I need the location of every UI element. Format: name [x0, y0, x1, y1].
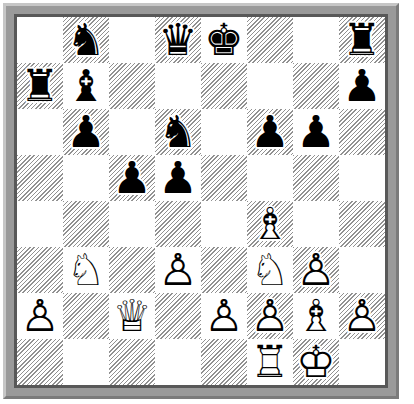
square-a8[interactable]	[17, 17, 63, 63]
square-e6[interactable]	[201, 109, 247, 155]
board-inner-border: ♞♛♚♜♜♝♟♟♞♟♟♟♟♝♗♞♘♟♙♞♘♟♙♟♙♛♕♟♙♟♙♝♗♟♙♜♖♚♔	[14, 14, 388, 388]
black-pawn-piece: ♟	[293, 109, 339, 155]
square-g5[interactable]	[293, 155, 339, 201]
square-e7[interactable]	[201, 63, 247, 109]
square-d8[interactable]: ♛	[155, 17, 201, 63]
white-pawn-piece: ♟♙	[247, 293, 293, 339]
black-pawn-glyph: ♟	[63, 109, 109, 155]
white-pawn-outline-glyph: ♙	[339, 293, 385, 339]
black-pawn-piece: ♟	[155, 155, 201, 201]
square-h5[interactable]	[339, 155, 385, 201]
white-bishop-piece: ♝♗	[293, 293, 339, 339]
white-king-piece: ♚♔	[293, 339, 339, 385]
black-bishop-piece: ♝	[63, 63, 109, 109]
white-knight-piece: ♞♘	[63, 247, 109, 293]
square-h3[interactable]	[339, 247, 385, 293]
white-king-outline-glyph: ♔	[293, 339, 339, 385]
white-bishop-outline-glyph: ♗	[293, 293, 339, 339]
square-d3[interactable]: ♟♙	[155, 247, 201, 293]
black-pawn-piece: ♟	[247, 109, 293, 155]
white-pawn-piece: ♟♙	[155, 247, 201, 293]
white-pawn-outline-glyph: ♙	[201, 293, 247, 339]
square-f5[interactable]	[247, 155, 293, 201]
square-h6[interactable]	[339, 109, 385, 155]
square-d1[interactable]	[155, 339, 201, 385]
square-a2[interactable]: ♟♙	[17, 293, 63, 339]
square-h4[interactable]	[339, 201, 385, 247]
black-rook-piece: ♜	[17, 63, 63, 109]
square-h8[interactable]: ♜	[339, 17, 385, 63]
square-c3[interactable]	[109, 247, 155, 293]
square-f8[interactable]	[247, 17, 293, 63]
square-f2[interactable]: ♟♙	[247, 293, 293, 339]
black-pawn-glyph: ♟	[339, 63, 385, 109]
black-pawn-glyph: ♟	[247, 109, 293, 155]
square-a1[interactable]	[17, 339, 63, 385]
white-knight-piece: ♞♘	[247, 247, 293, 293]
square-d6[interactable]: ♞	[155, 109, 201, 155]
black-rook-piece: ♜	[339, 17, 385, 63]
square-e1[interactable]	[201, 339, 247, 385]
chess-board: ♞♛♚♜♜♝♟♟♞♟♟♟♟♝♗♞♘♟♙♞♘♟♙♟♙♛♕♟♙♟♙♝♗♟♙♜♖♚♔	[17, 17, 385, 385]
white-pawn-outline-glyph: ♙	[247, 293, 293, 339]
square-b5[interactable]	[63, 155, 109, 201]
black-pawn-piece: ♟	[339, 63, 385, 109]
square-f4[interactable]: ♝♗	[247, 201, 293, 247]
square-c7[interactable]	[109, 63, 155, 109]
white-rook-piece: ♜♖	[247, 339, 293, 385]
square-b4[interactable]	[63, 201, 109, 247]
square-b6[interactable]: ♟	[63, 109, 109, 155]
square-b1[interactable]	[63, 339, 109, 385]
white-pawn-outline-glyph: ♙	[155, 247, 201, 293]
black-king-piece: ♚	[201, 17, 247, 63]
black-bishop-glyph: ♝	[63, 63, 109, 109]
square-d7[interactable]	[155, 63, 201, 109]
white-knight-outline-glyph: ♘	[247, 247, 293, 293]
black-king-glyph: ♚	[201, 17, 247, 63]
square-g3[interactable]: ♟♙	[293, 247, 339, 293]
square-c5[interactable]: ♟	[109, 155, 155, 201]
square-c2[interactable]: ♛♕	[109, 293, 155, 339]
chess-diagram-page: ♞♛♚♜♜♝♟♟♞♟♟♟♟♝♗♞♘♟♙♞♘♟♙♟♙♛♕♟♙♟♙♝♗♟♙♜♖♚♔	[0, 0, 414, 404]
black-knight-piece: ♞	[155, 109, 201, 155]
white-pawn-outline-glyph: ♙	[293, 247, 339, 293]
square-f6[interactable]: ♟	[247, 109, 293, 155]
black-knight-piece: ♞	[63, 17, 109, 63]
square-c1[interactable]	[109, 339, 155, 385]
square-g2[interactable]: ♝♗	[293, 293, 339, 339]
square-a3[interactable]	[17, 247, 63, 293]
square-g1[interactable]: ♚♔	[293, 339, 339, 385]
square-a4[interactable]	[17, 201, 63, 247]
square-e3[interactable]	[201, 247, 247, 293]
square-a5[interactable]	[17, 155, 63, 201]
black-pawn-glyph: ♟	[293, 109, 339, 155]
black-pawn-glyph: ♟	[109, 155, 155, 201]
board-frame: ♞♛♚♜♜♝♟♟♞♟♟♟♟♝♗♞♘♟♙♞♘♟♙♟♙♛♕♟♙♟♙♝♗♟♙♜♖♚♔	[3, 3, 399, 399]
white-pawn-piece: ♟♙	[201, 293, 247, 339]
square-h7[interactable]: ♟	[339, 63, 385, 109]
square-f1[interactable]: ♜♖	[247, 339, 293, 385]
square-e2[interactable]: ♟♙	[201, 293, 247, 339]
white-pawn-piece: ♟♙	[293, 247, 339, 293]
white-pawn-outline-glyph: ♙	[17, 293, 63, 339]
square-f3[interactable]: ♞♘	[247, 247, 293, 293]
square-b8[interactable]: ♞	[63, 17, 109, 63]
square-h1[interactable]	[339, 339, 385, 385]
white-bishop-piece: ♝♗	[247, 201, 293, 247]
white-rook-outline-glyph: ♖	[247, 339, 293, 385]
square-f7[interactable]	[247, 63, 293, 109]
black-queen-glyph: ♛	[155, 17, 201, 63]
white-queen-piece: ♛♕	[109, 293, 155, 339]
square-a7[interactable]: ♜	[17, 63, 63, 109]
square-c8[interactable]	[109, 17, 155, 63]
square-c6[interactable]	[109, 109, 155, 155]
black-rook-glyph: ♜	[339, 17, 385, 63]
square-d4[interactable]	[155, 201, 201, 247]
square-h2[interactable]: ♟♙	[339, 293, 385, 339]
black-pawn-glyph: ♟	[155, 155, 201, 201]
square-e8[interactable]: ♚	[201, 17, 247, 63]
black-pawn-piece: ♟	[109, 155, 155, 201]
white-pawn-piece: ♟♙	[339, 293, 385, 339]
black-knight-glyph: ♞	[155, 109, 201, 155]
square-b7[interactable]: ♝	[63, 63, 109, 109]
white-pawn-piece: ♟♙	[17, 293, 63, 339]
white-knight-outline-glyph: ♘	[63, 247, 109, 293]
white-bishop-outline-glyph: ♗	[247, 201, 293, 247]
square-d5[interactable]: ♟	[155, 155, 201, 201]
black-rook-glyph: ♜	[17, 63, 63, 109]
square-g8[interactable]	[293, 17, 339, 63]
square-c4[interactable]	[109, 201, 155, 247]
square-g7[interactable]	[293, 63, 339, 109]
square-e4[interactable]	[201, 201, 247, 247]
square-g6[interactable]: ♟	[293, 109, 339, 155]
black-queen-piece: ♛	[155, 17, 201, 63]
black-pawn-piece: ♟	[63, 109, 109, 155]
square-b2[interactable]	[63, 293, 109, 339]
white-queen-outline-glyph: ♕	[109, 293, 155, 339]
square-a6[interactable]	[17, 109, 63, 155]
square-b3[interactable]: ♞♘	[63, 247, 109, 293]
square-e5[interactable]	[201, 155, 247, 201]
square-d2[interactable]	[155, 293, 201, 339]
black-knight-glyph: ♞	[63, 17, 109, 63]
square-g4[interactable]	[293, 201, 339, 247]
